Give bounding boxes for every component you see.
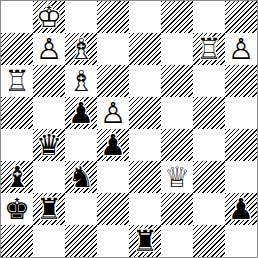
chess-board: ♚♔♟♙♝♗♜♖♟♙♜♖♝♗♟♟♟♙♛♛♟♟♝♝♞♞♛♕♚♚♜♜♟♟♜♜ <box>1 1 257 257</box>
square-f3[interactable]: ♛♕ <box>161 161 193 193</box>
square-a7[interactable] <box>1 33 33 65</box>
square-c2[interactable] <box>65 193 97 225</box>
square-f1[interactable] <box>161 225 193 257</box>
chess-diagram-frame: ♚♔♟♙♝♗♜♖♟♙♜♖♝♗♟♟♟♙♛♛♟♟♝♝♞♞♛♕♚♚♜♜♟♟♜♜ <box>0 0 258 258</box>
square-b1[interactable] <box>33 225 65 257</box>
white-rook[interactable]: ♜♖ <box>1 65 33 97</box>
square-g1[interactable] <box>193 225 225 257</box>
white-queen-glyph: ♕ <box>161 161 193 193</box>
square-e3[interactable] <box>129 161 161 193</box>
square-h1[interactable] <box>225 225 257 257</box>
square-d1[interactable] <box>97 225 129 257</box>
square-d4[interactable]: ♟♟ <box>97 129 129 161</box>
black-pawn[interactable]: ♟♟ <box>225 193 257 225</box>
white-pawn[interactable]: ♟♙ <box>225 33 257 65</box>
square-b2[interactable]: ♜♜ <box>33 193 65 225</box>
black-rook[interactable]: ♜♜ <box>129 225 161 257</box>
black-pawn-glyph: ♟ <box>65 97 97 129</box>
square-g2[interactable] <box>193 193 225 225</box>
white-pawn[interactable]: ♟♙ <box>33 33 65 65</box>
square-e1[interactable]: ♜♜ <box>129 225 161 257</box>
square-d5[interactable]: ♟♙ <box>97 97 129 129</box>
square-e8[interactable] <box>129 1 161 33</box>
square-c3[interactable]: ♞♞ <box>65 161 97 193</box>
black-pawn[interactable]: ♟♟ <box>65 97 97 129</box>
square-a3[interactable]: ♝♝ <box>1 161 33 193</box>
square-a8[interactable] <box>1 1 33 33</box>
square-a4[interactable] <box>1 129 33 161</box>
square-b3[interactable] <box>33 161 65 193</box>
square-b5[interactable] <box>33 97 65 129</box>
square-f8[interactable] <box>161 1 193 33</box>
white-bishop[interactable]: ♝♗ <box>65 65 97 97</box>
square-h7[interactable]: ♟♙ <box>225 33 257 65</box>
square-h6[interactable] <box>225 65 257 97</box>
square-b8[interactable]: ♚♔ <box>33 1 65 33</box>
square-e5[interactable] <box>129 97 161 129</box>
white-rook-glyph: ♖ <box>193 33 225 65</box>
white-pawn-glyph: ♙ <box>33 33 65 65</box>
square-d3[interactable] <box>97 161 129 193</box>
black-queen-glyph: ♛ <box>33 129 65 161</box>
square-h3[interactable] <box>225 161 257 193</box>
white-king[interactable]: ♚♔ <box>33 1 65 33</box>
square-c8[interactable] <box>65 1 97 33</box>
white-pawn-glyph: ♙ <box>225 33 257 65</box>
square-h2[interactable]: ♟♟ <box>225 193 257 225</box>
white-rook[interactable]: ♜♖ <box>193 33 225 65</box>
black-rook[interactable]: ♜♜ <box>33 193 65 225</box>
square-g7[interactable]: ♜♖ <box>193 33 225 65</box>
black-queen[interactable]: ♛♛ <box>33 129 65 161</box>
square-d7[interactable] <box>97 33 129 65</box>
square-h5[interactable] <box>225 97 257 129</box>
square-a1[interactable] <box>1 225 33 257</box>
white-pawn[interactable]: ♟♙ <box>97 97 129 129</box>
square-a5[interactable] <box>1 97 33 129</box>
black-bishop[interactable]: ♝♝ <box>1 161 33 193</box>
square-c7[interactable]: ♝♗ <box>65 33 97 65</box>
square-e7[interactable] <box>129 33 161 65</box>
square-c6[interactable]: ♝♗ <box>65 65 97 97</box>
square-c5[interactable]: ♟♟ <box>65 97 97 129</box>
square-e2[interactable] <box>129 193 161 225</box>
black-pawn[interactable]: ♟♟ <box>97 129 129 161</box>
square-g4[interactable] <box>193 129 225 161</box>
white-pawn-glyph: ♙ <box>97 97 129 129</box>
black-knight[interactable]: ♞♞ <box>65 161 97 193</box>
black-king-glyph: ♚ <box>1 193 33 225</box>
square-a2[interactable]: ♚♚ <box>1 193 33 225</box>
square-g6[interactable] <box>193 65 225 97</box>
square-b6[interactable] <box>33 65 65 97</box>
black-rook-glyph: ♜ <box>129 225 161 257</box>
square-b4[interactable]: ♛♛ <box>33 129 65 161</box>
square-g5[interactable] <box>193 97 225 129</box>
square-f7[interactable] <box>161 33 193 65</box>
square-g8[interactable] <box>193 1 225 33</box>
white-rook-glyph: ♖ <box>1 65 33 97</box>
square-a6[interactable]: ♜♖ <box>1 65 33 97</box>
square-e4[interactable] <box>129 129 161 161</box>
square-c4[interactable] <box>65 129 97 161</box>
black-knight-glyph: ♞ <box>65 161 97 193</box>
square-g3[interactable] <box>193 161 225 193</box>
square-f6[interactable] <box>161 65 193 97</box>
black-rook-glyph: ♜ <box>33 193 65 225</box>
square-d8[interactable] <box>97 1 129 33</box>
square-c1[interactable] <box>65 225 97 257</box>
white-queen[interactable]: ♛♕ <box>161 161 193 193</box>
square-e6[interactable] <box>129 65 161 97</box>
square-f5[interactable] <box>161 97 193 129</box>
square-f2[interactable] <box>161 193 193 225</box>
square-f4[interactable] <box>161 129 193 161</box>
white-bishop-glyph: ♗ <box>65 65 97 97</box>
square-d6[interactable] <box>97 65 129 97</box>
black-pawn-glyph: ♟ <box>97 129 129 161</box>
black-pawn-glyph: ♟ <box>225 193 257 225</box>
square-h8[interactable] <box>225 1 257 33</box>
black-king[interactable]: ♚♚ <box>1 193 33 225</box>
black-bishop-glyph: ♝ <box>1 161 33 193</box>
white-king-glyph: ♔ <box>33 1 65 33</box>
white-bishop-glyph: ♗ <box>65 33 97 65</box>
white-bishop[interactable]: ♝♗ <box>65 33 97 65</box>
square-d2[interactable] <box>97 193 129 225</box>
square-b7[interactable]: ♟♙ <box>33 33 65 65</box>
square-h4[interactable] <box>225 129 257 161</box>
